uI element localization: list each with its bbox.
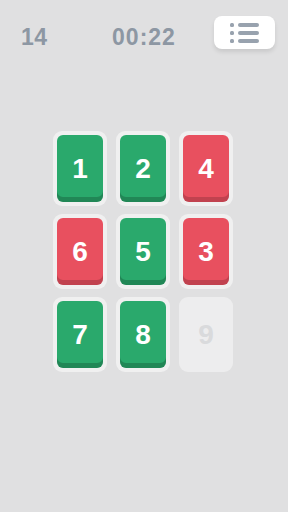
tile-number: 4 [198,153,214,185]
tile-number: 2 [135,153,151,185]
puzzle-tile-r1c2[interactable]: 2 [116,131,170,206]
tile-number: 7 [72,319,88,351]
puzzle-board: 1 2 4 6 5 3 7 8 9 [53,131,233,372]
puzzle-tile-r1c1[interactable]: 1 [53,131,107,206]
tile-number: 5 [135,236,151,268]
header: 14 00:22 [0,0,288,64]
puzzle-tile-r1c3[interactable]: 4 [179,131,233,206]
puzzle-tile-r3c1[interactable]: 7 [53,297,107,372]
tile-number: 8 [135,319,151,351]
puzzle-tile-r2c2[interactable]: 5 [116,214,170,289]
puzzle-tile-r2c1[interactable]: 6 [53,214,107,289]
tile-number: 6 [72,236,88,268]
list-menu-icon [230,23,259,43]
menu-button[interactable] [214,16,275,49]
puzzle-tile-r3c2[interactable]: 8 [116,297,170,372]
puzzle-tile-r2c3[interactable]: 3 [179,214,233,289]
tile-number: 1 [72,153,88,185]
puzzle-blank-cell-r3c3: 9 [179,297,233,372]
tile-number: 3 [198,236,214,268]
tile-number-ghost: 9 [198,319,214,351]
